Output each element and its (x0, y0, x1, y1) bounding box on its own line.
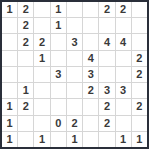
cell-r8c4: 0 (51, 116, 66, 131)
cell-r2c4: 1 (51, 18, 66, 33)
cell-r9c7[interactable] (99, 132, 114, 147)
cell-r5c4: 3 (51, 67, 66, 82)
cell-r8c6[interactable] (83, 116, 98, 131)
cell-r9c1: 1 (2, 132, 17, 147)
cell-r2c3[interactable] (34, 18, 49, 33)
cell-r1c5[interactable] (67, 2, 82, 17)
cell-r9c8: 1 (116, 132, 131, 147)
cell-r6c8: 3 (116, 83, 131, 98)
cell-r1c7: 2 (99, 2, 114, 17)
cell-r4c9: 2 (132, 51, 147, 66)
cell-r2c1[interactable] (2, 18, 17, 33)
cell-r7c5[interactable] (67, 99, 82, 114)
cell-r5c1[interactable] (2, 67, 17, 82)
cell-r6c3[interactable] (34, 83, 49, 98)
cell-r9c6[interactable] (83, 132, 98, 147)
cell-r8c9[interactable] (132, 116, 147, 131)
cell-r9c4[interactable] (51, 132, 66, 147)
cell-r3c7: 4 (99, 34, 114, 49)
cell-r5c9: 2 (132, 67, 147, 82)
cell-r5c7[interactable] (99, 67, 114, 82)
cell-r8c2[interactable] (18, 116, 33, 131)
cell-r2c5[interactable] (67, 18, 82, 33)
cell-r7c8[interactable] (116, 99, 131, 114)
cell-r6c6: 2 (83, 83, 98, 98)
cell-r6c2: 1 (18, 83, 33, 98)
cell-r3c6[interactable] (83, 34, 98, 49)
cell-r5c8[interactable] (116, 67, 131, 82)
cell-r4c6: 4 (83, 51, 98, 66)
cell-r5c6: 3 (83, 67, 98, 82)
cell-r9c2[interactable] (18, 132, 33, 147)
cell-r4c8[interactable] (116, 51, 131, 66)
cell-r7c6[interactable] (83, 99, 98, 114)
cell-r3c4[interactable] (51, 34, 66, 49)
cell-r8c3[interactable] (34, 116, 49, 131)
minesweeper-board: 12122212234414233212331222102211111 (0, 0, 149, 149)
cell-r1c1: 1 (2, 2, 17, 17)
cell-r4c2[interactable] (18, 51, 33, 66)
cell-r5c3[interactable] (34, 67, 49, 82)
cell-r4c4[interactable] (51, 51, 66, 66)
cell-r1c6[interactable] (83, 2, 98, 17)
cell-r5c2[interactable] (18, 67, 33, 82)
cell-r3c3: 2 (34, 34, 49, 49)
cell-r3c9[interactable] (132, 34, 147, 49)
cell-r3c8: 4 (116, 34, 131, 49)
cell-r6c1[interactable] (2, 83, 17, 98)
cell-r2c6[interactable] (83, 18, 98, 33)
cell-r1c3[interactable] (34, 2, 49, 17)
cell-r6c5[interactable] (67, 83, 82, 98)
cell-r8c8[interactable] (116, 116, 131, 131)
cell-r7c3[interactable] (34, 99, 49, 114)
cell-r9c3: 1 (34, 132, 49, 147)
cell-r7c9: 2 (132, 99, 147, 114)
cell-r4c5[interactable] (67, 51, 82, 66)
cell-r7c4[interactable] (51, 99, 66, 114)
cell-r6c9[interactable] (132, 83, 147, 98)
cell-r7c7: 2 (99, 99, 114, 114)
cell-r1c9[interactable] (132, 2, 147, 17)
cell-r7c1: 1 (2, 99, 17, 114)
cell-r6c4[interactable] (51, 83, 66, 98)
cell-r7c2: 2 (18, 99, 33, 114)
cell-r2c9[interactable] (132, 18, 147, 33)
cell-r3c2: 2 (18, 34, 33, 49)
cell-r8c5: 2 (67, 116, 82, 131)
cell-r9c9: 1 (132, 132, 147, 147)
cell-r2c7[interactable] (99, 18, 114, 33)
cell-r1c4: 1 (51, 2, 66, 17)
cell-r1c8: 2 (116, 2, 131, 17)
cell-r2c8[interactable] (116, 18, 131, 33)
cell-r1c2: 2 (18, 2, 33, 17)
cell-r9c5: 1 (67, 132, 82, 147)
cell-r2c2: 2 (18, 18, 33, 33)
cell-r4c7[interactable] (99, 51, 114, 66)
cell-r6c7: 3 (99, 83, 114, 98)
cell-r4c1[interactable] (2, 51, 17, 66)
cell-r8c7: 2 (99, 116, 114, 131)
cell-r4c3: 1 (34, 51, 49, 66)
cell-r3c5: 3 (67, 34, 82, 49)
cell-r8c1: 1 (2, 116, 17, 131)
cell-r3c1[interactable] (2, 34, 17, 49)
cell-r5c5[interactable] (67, 67, 82, 82)
